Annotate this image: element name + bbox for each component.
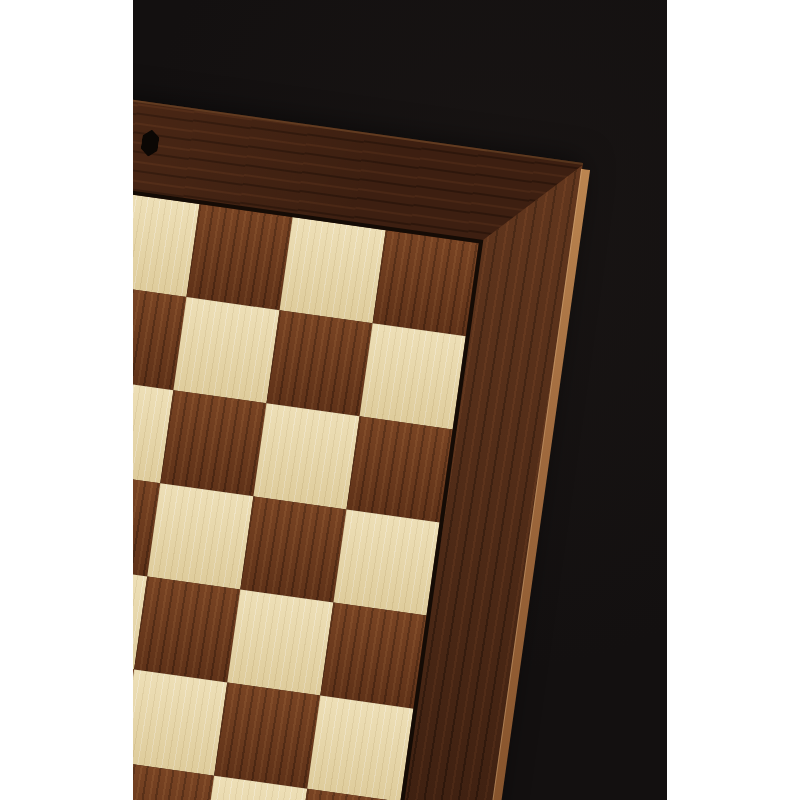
board-square-g3 (214, 683, 320, 789)
board-square-h7 (360, 323, 466, 429)
board-square-f3 (133, 669, 227, 775)
board-square-g6 (253, 403, 359, 509)
board-square-g5 (240, 496, 346, 602)
board-square-h4 (320, 603, 426, 709)
chess-board (133, 33, 583, 800)
hanging-hole-icon (140, 129, 161, 158)
board-square-h5 (333, 509, 439, 615)
board-square-h8 (373, 230, 479, 336)
board-square-f8 (186, 204, 292, 310)
board-square-g8 (280, 217, 386, 323)
board-square-h6 (346, 416, 452, 522)
board-square-f4 (134, 576, 240, 682)
board-square-f7 (173, 297, 279, 403)
board-square-g4 (227, 589, 333, 695)
photo-background (133, 0, 667, 800)
board-square-f6 (160, 390, 266, 496)
board-square-h3 (307, 696, 413, 800)
board-square-g7 (266, 310, 372, 416)
board-square-f5 (147, 483, 253, 589)
product-photo (0, 0, 800, 800)
